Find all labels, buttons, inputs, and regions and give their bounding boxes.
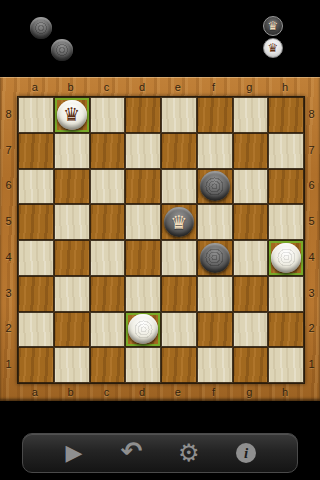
- captured-dark-piece-1: [30, 17, 52, 39]
- square-d1[interactable]: [125, 347, 161, 383]
- settings-button[interactable]: ⚙: [170, 434, 208, 472]
- file-label-a: a: [17, 77, 53, 96]
- rank-label-3: 3: [303, 275, 320, 311]
- square-g1[interactable]: [233, 347, 269, 383]
- file-label-d: d: [124, 77, 160, 96]
- undo-icon: ↶: [120, 438, 142, 464]
- rank-labels-right: 87654321: [303, 96, 320, 382]
- crown-icon: ♛: [268, 42, 279, 54]
- square-b5[interactable]: [54, 204, 90, 240]
- captured-pieces-tray: [30, 17, 74, 61]
- square-h3[interactable]: [268, 276, 304, 312]
- file-label-c: c: [89, 77, 125, 96]
- square-b3[interactable]: [54, 276, 90, 312]
- rank-label-4: 4: [0, 239, 17, 275]
- file-labels-bottom: abcdefgh: [17, 382, 303, 401]
- play-button[interactable]: ▶: [55, 434, 93, 472]
- rank-label-8: 8: [303, 96, 320, 132]
- rank-label-7: 7: [303, 132, 320, 168]
- square-f5[interactable]: [197, 204, 233, 240]
- square-b2[interactable]: [54, 312, 90, 348]
- rank-label-1: 1: [0, 346, 17, 382]
- piece-white-man-h4[interactable]: [271, 243, 301, 273]
- square-a8[interactable]: [18, 97, 54, 133]
- square-e3[interactable]: [161, 276, 197, 312]
- rank-label-2: 2: [0, 311, 17, 347]
- square-e2[interactable]: [161, 312, 197, 348]
- white-king-indicator-icon: ♛: [263, 38, 283, 58]
- file-label-h: h: [267, 77, 303, 96]
- board-frame: abcdefgh abcdefgh 87654321 87654321 ♛♛: [0, 77, 320, 401]
- square-f4[interactable]: [197, 240, 233, 276]
- checkers-board: ♛♛: [17, 96, 305, 384]
- square-h1[interactable]: [268, 347, 304, 383]
- square-h8[interactable]: [268, 97, 304, 133]
- file-label-f: f: [196, 77, 232, 96]
- square-b8[interactable]: ♛: [54, 97, 90, 133]
- square-d6[interactable]: [125, 169, 161, 205]
- square-e8[interactable]: [161, 97, 197, 133]
- rank-label-8: 8: [0, 96, 17, 132]
- square-c4[interactable]: [90, 240, 126, 276]
- square-f2[interactable]: [197, 312, 233, 348]
- crown-icon: ♛: [170, 213, 187, 232]
- square-a2[interactable]: [18, 312, 54, 348]
- square-d5[interactable]: [125, 204, 161, 240]
- square-g5[interactable]: [233, 204, 269, 240]
- file-label-b: b: [53, 382, 89, 401]
- file-label-h: h: [267, 382, 303, 401]
- square-e5[interactable]: ♛: [161, 204, 197, 240]
- file-label-c: c: [89, 382, 125, 401]
- square-g7[interactable]: [233, 133, 269, 169]
- square-f6[interactable]: [197, 169, 233, 205]
- file-label-e: e: [160, 382, 196, 401]
- square-h4[interactable]: [268, 240, 304, 276]
- square-f1[interactable]: [197, 347, 233, 383]
- square-c6[interactable]: [90, 169, 126, 205]
- square-c7[interactable]: [90, 133, 126, 169]
- rank-label-1: 1: [303, 346, 320, 382]
- square-f7[interactable]: [197, 133, 233, 169]
- square-a6[interactable]: [18, 169, 54, 205]
- rank-label-6: 6: [303, 168, 320, 204]
- square-e4[interactable]: [161, 240, 197, 276]
- square-a7[interactable]: [18, 133, 54, 169]
- play-icon: ▶: [66, 442, 83, 464]
- square-c5[interactable]: [90, 204, 126, 240]
- square-h2[interactable]: [268, 312, 304, 348]
- toolbar: ▶ ↶ ⚙ i: [22, 433, 298, 473]
- piece-dark-king-e5[interactable]: ♛: [164, 207, 194, 237]
- square-h6[interactable]: [268, 169, 304, 205]
- info-icon: i: [236, 443, 256, 463]
- file-label-d: d: [124, 382, 160, 401]
- square-d8[interactable]: [125, 97, 161, 133]
- square-b4[interactable]: [54, 240, 90, 276]
- square-d2[interactable]: [125, 312, 161, 348]
- square-e6[interactable]: [161, 169, 197, 205]
- rank-label-5: 5: [0, 203, 17, 239]
- square-c1[interactable]: [90, 347, 126, 383]
- crown-icon: ♛: [268, 20, 279, 32]
- file-labels-top: abcdefgh: [17, 77, 303, 96]
- square-h5[interactable]: [268, 204, 304, 240]
- square-g6[interactable]: [233, 169, 269, 205]
- square-b6[interactable]: [54, 169, 90, 205]
- square-b1[interactable]: [54, 347, 90, 383]
- square-e1[interactable]: [161, 347, 197, 383]
- rank-label-2: 2: [303, 311, 320, 347]
- square-e7[interactable]: [161, 133, 197, 169]
- square-f3[interactable]: [197, 276, 233, 312]
- square-h7[interactable]: [268, 133, 304, 169]
- crown-icon: ♛: [63, 105, 80, 124]
- square-f8[interactable]: [197, 97, 233, 133]
- checkers-app-screen: { "game": "checkers", "position": { "tur…: [0, 0, 320, 480]
- square-c3[interactable]: [90, 276, 126, 312]
- rank-label-5: 5: [303, 203, 320, 239]
- square-a3[interactable]: [18, 276, 54, 312]
- captured-dark-piece-2: [51, 39, 73, 61]
- rank-label-6: 6: [0, 168, 17, 204]
- square-c2[interactable]: [90, 312, 126, 348]
- piece-white-man-d2[interactable]: [128, 314, 158, 344]
- square-g3[interactable]: [233, 276, 269, 312]
- square-g8[interactable]: [233, 97, 269, 133]
- info-button[interactable]: i: [227, 434, 265, 472]
- square-c8[interactable]: [90, 97, 126, 133]
- square-a4[interactable]: [18, 240, 54, 276]
- square-d7[interactable]: [125, 133, 161, 169]
- piece-dark-man-f6[interactable]: [200, 171, 230, 201]
- gear-icon: ⚙: [178, 441, 200, 465]
- piece-dark-man-f4[interactable]: [200, 243, 230, 273]
- square-d3[interactable]: [125, 276, 161, 312]
- rank-label-3: 3: [0, 275, 17, 311]
- dark-king-indicator-icon: ♛: [263, 16, 283, 36]
- square-g2[interactable]: [233, 312, 269, 348]
- file-label-b: b: [53, 77, 89, 96]
- undo-button[interactable]: ↶: [112, 434, 150, 472]
- square-a5[interactable]: [18, 204, 54, 240]
- rank-label-7: 7: [0, 132, 17, 168]
- file-label-g: g: [232, 77, 268, 96]
- piece-white-king-b8[interactable]: ♛: [57, 100, 87, 130]
- file-label-g: g: [232, 382, 268, 401]
- king-indicators: ♛ ♛: [263, 16, 283, 58]
- rank-label-4: 4: [303, 239, 320, 275]
- square-g4[interactable]: [233, 240, 269, 276]
- square-d4[interactable]: [125, 240, 161, 276]
- square-a1[interactable]: [18, 347, 54, 383]
- file-label-e: e: [160, 77, 196, 96]
- square-b7[interactable]: [54, 133, 90, 169]
- file-label-a: a: [17, 382, 53, 401]
- file-label-f: f: [196, 382, 232, 401]
- rank-labels-left: 87654321: [0, 96, 17, 382]
